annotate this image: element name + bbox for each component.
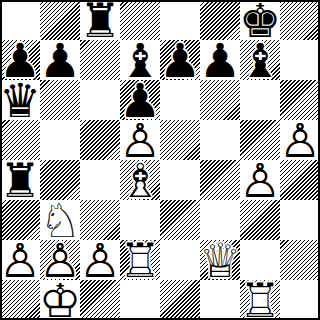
square-d4[interactable]: ♝♗ xyxy=(120,160,160,200)
square-g6[interactable] xyxy=(240,80,280,120)
square-a4[interactable]: ♜ xyxy=(0,160,40,200)
white-queen[interactable]: ♕ xyxy=(200,241,240,281)
square-e1[interactable] xyxy=(160,280,200,320)
square-h5[interactable]: ♟♙ xyxy=(280,120,320,160)
square-f7[interactable]: ♟ xyxy=(200,40,240,80)
square-a2[interactable]: ♟♙ xyxy=(0,240,40,280)
square-c6[interactable] xyxy=(80,80,120,120)
square-c5[interactable] xyxy=(80,120,120,160)
white-rook[interactable]: ♖ xyxy=(240,281,280,320)
square-e4[interactable] xyxy=(160,160,200,200)
white-pawn[interactable]: ♙ xyxy=(0,241,40,281)
square-h1[interactable] xyxy=(280,280,320,320)
square-f6[interactable] xyxy=(200,80,240,120)
square-b1[interactable]: ♚♔ xyxy=(40,280,80,320)
square-h3[interactable] xyxy=(280,200,320,240)
square-e6[interactable] xyxy=(160,80,200,120)
square-b6[interactable] xyxy=(40,80,80,120)
square-f5[interactable] xyxy=(200,120,240,160)
black-pawn[interactable]: ♟ xyxy=(40,41,80,81)
black-pawn[interactable]: ♟ xyxy=(200,41,240,81)
square-e5[interactable] xyxy=(160,120,200,160)
square-h7[interactable] xyxy=(280,40,320,80)
black-queen[interactable]: ♛ xyxy=(0,81,40,121)
white-pawn[interactable]: ♙ xyxy=(80,241,120,281)
square-b7[interactable]: ♟ xyxy=(40,40,80,80)
square-f2[interactable]: ♛♕ xyxy=(200,240,240,280)
square-f4[interactable] xyxy=(200,160,240,200)
square-c2[interactable]: ♟♙ xyxy=(80,240,120,280)
chess-board: ♜♚♟♟♝♟♟♝♛♟♟♙♟♙♜♝♗♟♙♞♘♟♙♟♙♟♙♜♖♛♕♚♔♜♖ xyxy=(0,0,320,320)
square-e7[interactable]: ♟ xyxy=(160,40,200,80)
square-h2[interactable] xyxy=(280,240,320,280)
square-g1[interactable]: ♜♖ xyxy=(240,280,280,320)
chessboard-screenshot: ♜♚♟♟♝♟♟♝♛♟♟♙♟♙♜♝♗♟♙♞♘♟♙♟♙♟♙♜♖♛♕♚♔♜♖ xyxy=(0,0,320,320)
black-rook[interactable]: ♜ xyxy=(0,161,40,201)
square-c7[interactable] xyxy=(80,40,120,80)
black-bishop[interactable]: ♝ xyxy=(240,41,280,81)
black-rook[interactable]: ♜ xyxy=(80,1,120,41)
white-pawn[interactable]: ♙ xyxy=(280,121,320,161)
square-e3[interactable] xyxy=(160,200,200,240)
black-pawn[interactable]: ♟ xyxy=(160,41,200,81)
square-g4[interactable]: ♟♙ xyxy=(240,160,280,200)
square-c8[interactable]: ♜ xyxy=(80,0,120,40)
white-pawn[interactable]: ♙ xyxy=(240,161,280,201)
square-d2[interactable]: ♜♖ xyxy=(120,240,160,280)
white-king[interactable]: ♔ xyxy=(40,281,80,320)
white-rook[interactable]: ♖ xyxy=(120,241,160,281)
square-g7[interactable]: ♝ xyxy=(240,40,280,80)
square-e2[interactable] xyxy=(160,240,200,280)
square-a6[interactable]: ♛ xyxy=(0,80,40,120)
square-h8[interactable] xyxy=(280,0,320,40)
white-bishop[interactable]: ♗ xyxy=(120,161,160,201)
square-b5[interactable] xyxy=(40,120,80,160)
square-c4[interactable] xyxy=(80,160,120,200)
